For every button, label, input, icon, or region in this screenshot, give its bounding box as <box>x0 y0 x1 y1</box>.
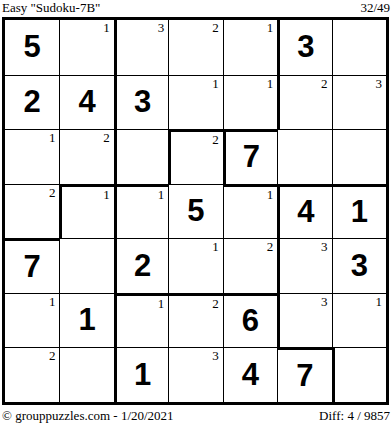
pencil-mark: 1 <box>158 188 165 202</box>
cell-r6c5[interactable]: 6 <box>223 293 277 348</box>
cell-r5c1[interactable]: 7 <box>5 238 59 293</box>
cell-r1c4[interactable]: 2 <box>168 20 222 75</box>
pencil-mark: 1 <box>267 188 274 202</box>
pencil-mark: 2 <box>49 186 56 200</box>
pencil-mark: 1 <box>49 131 56 145</box>
cell-r6c2[interactable]: 1 <box>59 293 113 348</box>
copyright-text: © grouppuzzles.com - 1/20/2021 <box>2 409 174 423</box>
cell-r7c3[interactable]: 1 <box>114 347 168 402</box>
big-number: 4 <box>79 86 96 119</box>
pencil-mark: 2 <box>321 77 328 91</box>
pencil-mark: 2 <box>103 131 110 145</box>
cell-r3c1[interactable]: 1 <box>5 129 59 184</box>
pencil-mark: 1 <box>103 188 110 202</box>
cell-r3c2[interactable]: 2 <box>59 129 113 184</box>
footer: © grouppuzzles.com - 1/20/2021 Diff: 4 /… <box>2 407 390 423</box>
big-number: 2 <box>134 250 151 283</box>
big-number: 4 <box>297 196 314 229</box>
cell-r5c7[interactable]: 3 <box>332 238 386 293</box>
cell-r5c3[interactable]: 2 <box>114 238 168 293</box>
cell-r2c3[interactable]: 3 <box>114 75 168 130</box>
cell-r4c2[interactable]: 1 <box>59 184 113 239</box>
cell-r4c4[interactable]: 5 <box>168 184 222 239</box>
cell-r5c5[interactable]: 2 <box>223 238 277 293</box>
cell-r5c4[interactable]: 1 <box>168 238 222 293</box>
cell-r1c5[interactable]: 1 <box>223 20 277 75</box>
cell-r7c1[interactable]: 2 <box>5 347 59 402</box>
big-number: 6 <box>242 305 259 338</box>
pencil-mark: 2 <box>212 21 219 35</box>
big-number: 1 <box>351 196 368 229</box>
pencil-mark: 3 <box>321 295 328 309</box>
pencil-mark: 1 <box>267 21 274 35</box>
pencil-mark: 1 <box>49 295 56 309</box>
progress-counter: 32/49 <box>360 1 390 15</box>
cell-r4c3[interactable]: 1 <box>114 184 168 239</box>
big-number: 5 <box>24 31 41 64</box>
cell-r6c4[interactable]: 2 <box>168 293 222 348</box>
cell-r2c4[interactable]: 1 <box>168 75 222 130</box>
big-number: 1 <box>134 359 151 392</box>
big-number: 7 <box>24 251 41 284</box>
cell-r1c6[interactable]: 3 <box>277 20 331 75</box>
pencil-mark: 3 <box>321 240 328 254</box>
pencil-mark: 1 <box>103 21 110 35</box>
big-number: 3 <box>297 31 314 64</box>
cell-r6c1[interactable]: 1 <box>5 293 59 348</box>
big-number: 7 <box>243 141 260 174</box>
big-number: 5 <box>187 195 204 228</box>
cell-r2c2[interactable]: 4 <box>59 75 113 130</box>
cell-r3c3[interactable] <box>114 129 168 184</box>
cell-r7c7[interactable] <box>332 347 386 402</box>
puzzle-title: Easy "Sudoku-7B" <box>2 1 100 15</box>
pencil-mark: 2 <box>212 297 219 311</box>
pencil-mark: 3 <box>158 21 165 35</box>
cell-r4c5[interactable]: 1 <box>223 184 277 239</box>
pencil-mark: 1 <box>267 77 274 91</box>
cell-r4c7[interactable]: 1 <box>332 184 386 239</box>
cell-r4c1[interactable]: 2 <box>5 184 59 239</box>
cell-r2c6[interactable]: 2 <box>277 75 331 130</box>
big-number: 7 <box>296 360 313 393</box>
big-number: 1 <box>79 304 96 337</box>
cell-r2c5[interactable]: 1 <box>223 75 277 130</box>
cell-r1c1[interactable]: 5 <box>5 20 59 75</box>
difficulty-text: Diff: 4 / 9857 <box>319 409 390 423</box>
pencil-mark: 2 <box>267 240 274 254</box>
puzzle-page: Easy "Sudoku-7B" 32/49 51321324311231227… <box>0 0 391 426</box>
pencil-mark: 1 <box>375 295 382 309</box>
cell-r5c2[interactable] <box>59 238 113 293</box>
cell-r7c4[interactable]: 3 <box>168 347 222 402</box>
cell-r5c6[interactable]: 3 <box>277 238 331 293</box>
cell-r6c7[interactable]: 1 <box>332 293 386 348</box>
big-number: 4 <box>242 359 259 392</box>
cell-r3c4[interactable]: 2 <box>168 129 222 184</box>
cell-r6c3[interactable]: 1 <box>114 293 168 348</box>
cell-r2c1[interactable]: 2 <box>5 75 59 130</box>
cell-r6c6[interactable]: 3 <box>277 293 331 348</box>
pencil-mark: 3 <box>212 349 219 363</box>
cell-r7c2[interactable] <box>59 347 113 402</box>
pencil-mark: 1 <box>158 297 165 311</box>
cell-r7c5[interactable]: 4 <box>223 347 277 402</box>
pencil-mark: 2 <box>49 349 56 363</box>
cell-r3c6[interactable] <box>277 129 331 184</box>
pencil-mark: 3 <box>375 77 382 91</box>
cell-r3c5[interactable]: 7 <box>223 129 277 184</box>
pencil-mark: 1 <box>212 240 219 254</box>
big-number: 2 <box>24 86 41 119</box>
big-number: 3 <box>351 250 368 283</box>
pencil-mark: 2 <box>212 133 219 147</box>
pencil-mark: 1 <box>212 77 219 91</box>
cell-r1c2[interactable]: 1 <box>59 20 113 75</box>
cell-r4c6[interactable]: 4 <box>277 184 331 239</box>
cell-r3c7[interactable] <box>332 129 386 184</box>
cell-r1c3[interactable]: 3 <box>114 20 168 75</box>
header: Easy "Sudoku-7B" 32/49 <box>2 1 390 16</box>
cell-r1c7[interactable] <box>332 20 386 75</box>
sudoku-grid: 5132132431123122721151417212331112631213… <box>2 17 389 405</box>
cell-r7c6[interactable]: 7 <box>277 347 331 402</box>
big-number: 3 <box>134 86 151 119</box>
cell-r2c7[interactable]: 3 <box>332 75 386 130</box>
